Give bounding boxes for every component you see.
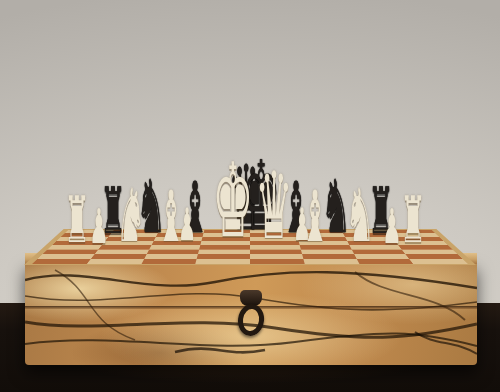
chess-board-grid (24, 229, 476, 265)
metal-clasp-icon (234, 290, 268, 334)
board-square (32, 259, 90, 264)
board-square (87, 259, 144, 264)
chess-set-photo-scene: ♜♞♝♛♚♝♞♜♟♟♜♟♞♝♚♛♝♞♟♜ (0, 0, 500, 392)
board-square (141, 259, 197, 264)
board-square (356, 259, 413, 264)
board-square (303, 259, 359, 264)
clasp-ring (236, 302, 266, 337)
board-perspective-wrap (24, 221, 476, 265)
board-square (250, 259, 304, 264)
board-square (409, 259, 467, 264)
spalted-wood-chess-box (25, 262, 477, 365)
board-square (196, 259, 250, 264)
